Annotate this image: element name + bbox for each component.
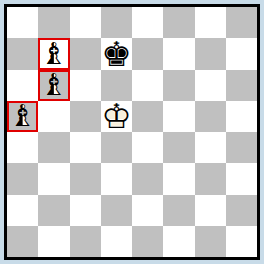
square-d1[interactable] [101,226,132,257]
square-e5[interactable] [132,101,163,132]
square-b6[interactable]: ♝♝♗ [38,70,69,101]
square-b1[interactable] [38,226,69,257]
square-b2[interactable] [38,195,69,226]
square-g6[interactable] [195,70,226,101]
square-h6[interactable] [226,70,257,101]
square-a3[interactable] [7,163,38,194]
square-d3[interactable] [101,163,132,194]
square-h7[interactable] [226,38,257,69]
square-a6[interactable] [7,70,38,101]
square-f4[interactable] [163,132,194,163]
square-c3[interactable] [70,163,101,194]
square-g7[interactable] [195,38,226,69]
square-h8[interactable] [226,7,257,38]
square-e6[interactable] [132,70,163,101]
square-c4[interactable] [70,132,101,163]
diagram-background: ♝♝♗♚♝♝♗♝♝♗♚♔ [0,0,264,264]
square-c8[interactable] [70,7,101,38]
square-f6[interactable] [163,70,194,101]
square-f1[interactable] [163,226,194,257]
piece-neutral-bishop-a5: ♝♝♗ [7,101,38,132]
square-c2[interactable] [70,195,101,226]
square-e8[interactable] [132,7,163,38]
piece-white-king-d5: ♚♔ [101,101,132,132]
square-g5[interactable] [195,101,226,132]
square-b3[interactable] [38,163,69,194]
square-e2[interactable] [132,195,163,226]
square-h3[interactable] [226,163,257,194]
square-a1[interactable] [7,226,38,257]
square-h2[interactable] [226,195,257,226]
square-a8[interactable] [7,7,38,38]
piece-neutral-bishop-b7: ♝♝♗ [38,38,69,69]
square-h4[interactable] [226,132,257,163]
square-c1[interactable] [70,226,101,257]
white-king-outline-glyph: ♔ [101,101,132,132]
square-a4[interactable] [7,132,38,163]
square-d7[interactable]: ♚ [101,38,132,69]
square-d4[interactable] [101,132,132,163]
square-f5[interactable] [163,101,194,132]
neutral-bishop-outline-glyph: ♗ [7,101,38,132]
square-c7[interactable] [70,38,101,69]
square-b8[interactable] [38,7,69,38]
black-king-glyph: ♚ [101,38,132,69]
square-f7[interactable] [163,38,194,69]
square-b5[interactable] [38,101,69,132]
square-d5[interactable]: ♚♔ [101,101,132,132]
piece-black-king-d7: ♚ [101,38,132,69]
square-a2[interactable] [7,195,38,226]
square-b4[interactable] [38,132,69,163]
piece-neutral-bishop-b6: ♝♝♗ [38,70,69,101]
square-e4[interactable] [132,132,163,163]
square-a7[interactable] [7,38,38,69]
square-h1[interactable] [226,226,257,257]
square-b7[interactable]: ♝♝♗ [38,38,69,69]
square-g8[interactable] [195,7,226,38]
square-h5[interactable] [226,101,257,132]
square-f2[interactable] [163,195,194,226]
square-g4[interactable] [195,132,226,163]
square-e7[interactable] [132,38,163,69]
square-g1[interactable] [195,226,226,257]
chess-board: ♝♝♗♚♝♝♗♝♝♗♚♔ [4,4,260,260]
square-c5[interactable] [70,101,101,132]
neutral-bishop-outline-glyph: ♗ [38,70,69,101]
square-e3[interactable] [132,163,163,194]
neutral-bishop-outline-glyph: ♗ [38,38,69,69]
square-a5[interactable]: ♝♝♗ [7,101,38,132]
square-c6[interactable] [70,70,101,101]
square-g2[interactable] [195,195,226,226]
square-g3[interactable] [195,163,226,194]
square-d2[interactable] [101,195,132,226]
square-f3[interactable] [163,163,194,194]
square-e1[interactable] [132,226,163,257]
square-f8[interactable] [163,7,194,38]
